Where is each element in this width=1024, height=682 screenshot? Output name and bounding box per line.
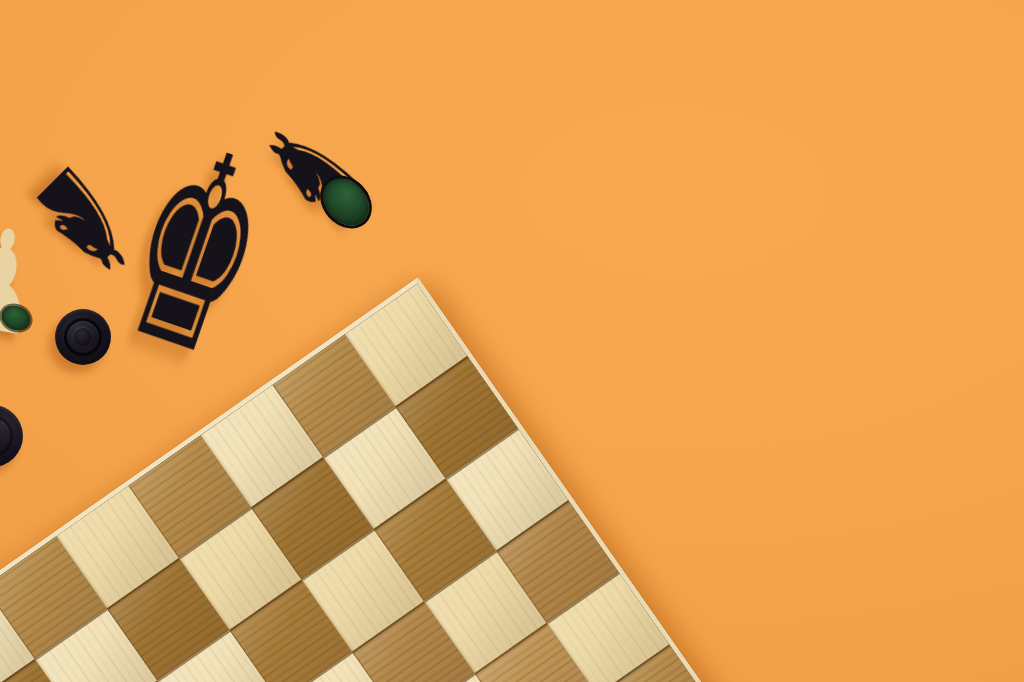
checker-hub <box>74 328 92 346</box>
checker-ring <box>0 415 13 457</box>
scene: ♟ ♞ ♚ ♞ <box>0 0 1024 682</box>
checkers-disc-edge[interactable] <box>0 405 23 467</box>
checkers-disc[interactable] <box>55 309 111 365</box>
